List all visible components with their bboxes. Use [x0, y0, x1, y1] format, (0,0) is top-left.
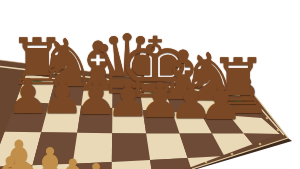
chess-set-photo: ♜♞♝♛♚♝♞♜♟♟♟♟♟♟♟♟♟♟♟♟♝: [0, 0, 300, 169]
square-h5[interactable]: [260, 152, 300, 169]
brass-dot: [259, 143, 262, 146]
brass-dot: [277, 129, 280, 132]
light-pawn-partial-4[interactable]: ♟: [51, 157, 141, 169]
brass-dot: [231, 153, 234, 156]
dark-pawn-g7[interactable]: ♟: [176, 78, 266, 126]
light-bishop-partial-5[interactable]: ♝: [0, 150, 55, 169]
